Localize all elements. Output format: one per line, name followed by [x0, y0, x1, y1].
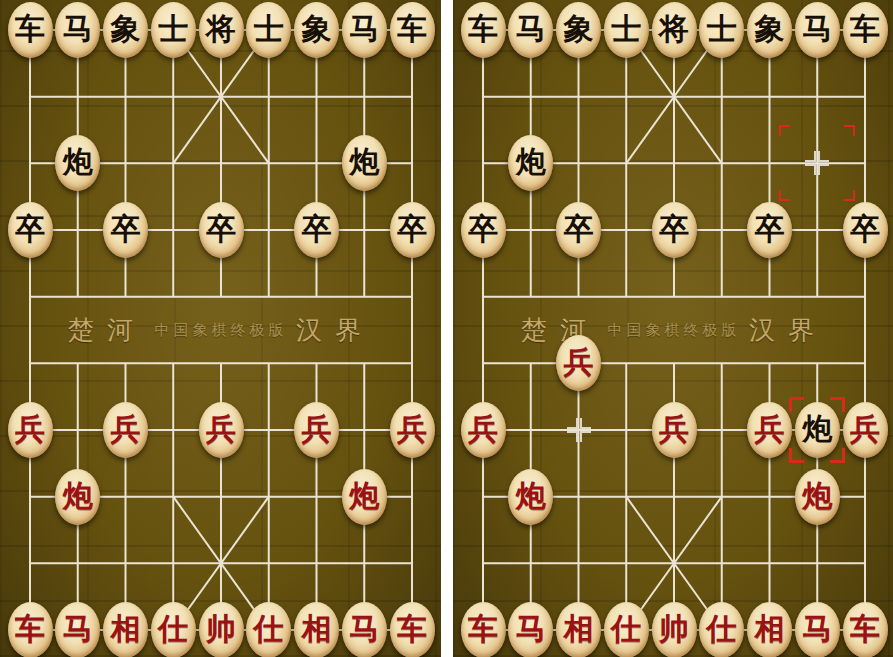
- piece-red-soldier[interactable]: 兵: [294, 402, 339, 458]
- piece-character: 炮: [516, 147, 546, 177]
- piece-red-chariot[interactable]: 车: [461, 602, 506, 657]
- piece-character: 将: [206, 14, 236, 44]
- piece-black-chariot[interactable]: 车: [390, 2, 435, 58]
- piece-red-soldier[interactable]: 兵: [199, 402, 244, 458]
- last-move-corner-arrows-marker: [765, 111, 869, 215]
- piece-character: 卒: [850, 214, 880, 244]
- piece-black-elephant[interactable]: 象: [556, 2, 601, 58]
- piece-red-soldier[interactable]: 兵: [747, 402, 792, 458]
- piece-black-soldier[interactable]: 卒: [461, 202, 506, 258]
- piece-character: 炮: [63, 481, 93, 511]
- piece-character: 兵: [850, 414, 880, 444]
- piece-character: 相: [302, 614, 332, 644]
- piece-red-cannon[interactable]: 炮: [508, 469, 553, 525]
- piece-character: 卒: [302, 214, 332, 244]
- piece-character: 卒: [468, 214, 498, 244]
- piece-character: 象: [111, 14, 141, 44]
- piece-character: 炮: [349, 481, 379, 511]
- piece-character: 象: [302, 14, 332, 44]
- piece-character: 炮: [516, 481, 546, 511]
- piece-black-elephant[interactable]: 象: [747, 2, 792, 58]
- piece-red-elephant[interactable]: 相: [294, 602, 339, 657]
- last-move-cross-marker: [564, 415, 594, 445]
- piece-character: 炮: [802, 481, 832, 511]
- piece-black-soldier[interactable]: 卒: [199, 202, 244, 258]
- piece-character: 相: [564, 614, 594, 644]
- piece-red-horse[interactable]: 马: [508, 602, 553, 657]
- piece-black-soldier[interactable]: 卒: [294, 202, 339, 258]
- piece-red-general[interactable]: 帅: [199, 602, 244, 657]
- piece-black-general[interactable]: 将: [199, 2, 244, 58]
- piece-character: 车: [15, 614, 45, 644]
- piece-black-horse[interactable]: 马: [55, 2, 100, 58]
- piece-character: 车: [850, 14, 880, 44]
- piece-black-general[interactable]: 将: [652, 2, 697, 58]
- piece-black-advisor[interactable]: 士: [699, 2, 744, 58]
- piece-character: 相: [755, 614, 785, 644]
- piece-character: 兵: [397, 414, 427, 444]
- last-move-corner-brackets-marker: [789, 397, 845, 463]
- piece-character: 象: [564, 14, 594, 44]
- piece-red-soldier[interactable]: 兵: [8, 402, 53, 458]
- piece-character: 马: [349, 614, 379, 644]
- piece-red-horse[interactable]: 马: [342, 602, 387, 657]
- piece-character: 兵: [564, 347, 594, 377]
- piece-red-advisor[interactable]: 仕: [604, 602, 649, 657]
- xiangqi-board-left[interactable]: 楚河 中国象棋终极版 汉界 车马象士将士象马车炮炮卒卒卒卒卒兵兵兵兵兵炮炮车马相…: [0, 0, 441, 657]
- piece-character: 兵: [302, 414, 332, 444]
- piece-character: 帅: [206, 614, 236, 644]
- piece-character: 卒: [111, 214, 141, 244]
- piece-character: 卒: [564, 214, 594, 244]
- piece-character: 卒: [755, 214, 785, 244]
- piece-black-soldier[interactable]: 卒: [103, 202, 148, 258]
- piece-red-soldier[interactable]: 兵: [390, 402, 435, 458]
- piece-character: 炮: [349, 147, 379, 177]
- piece-black-horse[interactable]: 马: [795, 2, 840, 58]
- piece-character: 卒: [206, 214, 236, 244]
- piece-black-chariot[interactable]: 车: [843, 2, 888, 58]
- piece-character: 车: [850, 614, 880, 644]
- piece-red-soldier[interactable]: 兵: [556, 335, 601, 391]
- piece-black-horse[interactable]: 马: [342, 2, 387, 58]
- piece-red-advisor[interactable]: 仕: [151, 602, 196, 657]
- xiangqi-board-right[interactable]: 楚河 中国象棋终极版 汉界 车马象士将士象马车炮卒卒卒卒卒兵兵兵兵炮兵炮炮车马相…: [453, 0, 893, 657]
- piece-red-elephant[interactable]: 相: [103, 602, 148, 657]
- piece-character: 炮: [63, 147, 93, 177]
- piece-character: 士: [707, 14, 737, 44]
- piece-black-chariot[interactable]: 车: [8, 2, 53, 58]
- piece-red-chariot[interactable]: 车: [843, 602, 888, 657]
- piece-red-soldier[interactable]: 兵: [103, 402, 148, 458]
- piece-black-soldier[interactable]: 卒: [652, 202, 697, 258]
- piece-black-soldier[interactable]: 卒: [8, 202, 53, 258]
- piece-character: 马: [516, 14, 546, 44]
- piece-character: 车: [15, 14, 45, 44]
- piece-character: 兵: [755, 414, 785, 444]
- piece-red-horse[interactable]: 马: [795, 602, 840, 657]
- piece-character: 仕: [611, 614, 641, 644]
- piece-red-cannon[interactable]: 炮: [55, 469, 100, 525]
- board-grid-lines: [453, 0, 893, 657]
- piece-black-soldier[interactable]: 卒: [556, 202, 601, 258]
- piece-character: 马: [802, 614, 832, 644]
- xiangqi-app-screen: 楚河 中国象棋终极版 汉界 车马象士将士象马车炮炮卒卒卒卒卒兵兵兵兵兵炮炮车马相…: [0, 0, 893, 657]
- piece-character: 相: [111, 614, 141, 644]
- piece-character: 卒: [659, 214, 689, 244]
- piece-red-cannon[interactable]: 炮: [795, 469, 840, 525]
- piece-red-soldier[interactable]: 兵: [652, 402, 697, 458]
- piece-character: 车: [397, 614, 427, 644]
- piece-black-advisor[interactable]: 士: [604, 2, 649, 58]
- piece-red-soldier[interactable]: 兵: [843, 402, 888, 458]
- piece-red-cannon[interactable]: 炮: [342, 469, 387, 525]
- piece-red-elephant[interactable]: 相: [556, 602, 601, 657]
- piece-character: 车: [468, 14, 498, 44]
- piece-character: 车: [468, 614, 498, 644]
- piece-character: 兵: [659, 414, 689, 444]
- board-grid-lines: [0, 0, 441, 657]
- piece-character: 仕: [254, 614, 284, 644]
- piece-black-soldier[interactable]: 卒: [390, 202, 435, 258]
- piece-red-horse[interactable]: 马: [55, 602, 100, 657]
- piece-character: 士: [611, 14, 641, 44]
- piece-red-chariot[interactable]: 车: [8, 602, 53, 657]
- piece-black-chariot[interactable]: 车: [461, 2, 506, 58]
- piece-black-elephant[interactable]: 象: [103, 2, 148, 58]
- piece-character: 兵: [468, 414, 498, 444]
- piece-character: 将: [659, 14, 689, 44]
- piece-character: 马: [63, 614, 93, 644]
- piece-character: 兵: [206, 414, 236, 444]
- piece-black-soldier[interactable]: 卒: [747, 202, 792, 258]
- piece-black-horse[interactable]: 马: [508, 2, 553, 58]
- piece-character: 象: [755, 14, 785, 44]
- piece-character: 马: [802, 14, 832, 44]
- piece-character: 兵: [111, 414, 141, 444]
- piece-character: 士: [158, 14, 188, 44]
- piece-red-advisor[interactable]: 仕: [246, 602, 291, 657]
- piece-character: 仕: [707, 614, 737, 644]
- piece-black-cannon[interactable]: 炮: [342, 135, 387, 191]
- piece-character: 马: [349, 14, 379, 44]
- piece-red-advisor[interactable]: 仕: [699, 602, 744, 657]
- piece-character: 仕: [158, 614, 188, 644]
- piece-black-elephant[interactable]: 象: [294, 2, 339, 58]
- piece-character: 兵: [15, 414, 45, 444]
- piece-character: 士: [254, 14, 284, 44]
- piece-character: 卒: [397, 214, 427, 244]
- piece-black-advisor[interactable]: 士: [151, 2, 196, 58]
- piece-black-soldier[interactable]: 卒: [843, 202, 888, 258]
- piece-character: 马: [516, 614, 546, 644]
- piece-character: 卒: [15, 214, 45, 244]
- piece-red-general[interactable]: 帅: [652, 602, 697, 657]
- piece-red-soldier[interactable]: 兵: [461, 402, 506, 458]
- piece-character: 马: [63, 14, 93, 44]
- piece-red-elephant[interactable]: 相: [747, 602, 792, 657]
- piece-black-advisor[interactable]: 士: [246, 2, 291, 58]
- piece-red-chariot[interactable]: 车: [390, 602, 435, 657]
- piece-character: 车: [397, 14, 427, 44]
- piece-character: 帅: [659, 614, 689, 644]
